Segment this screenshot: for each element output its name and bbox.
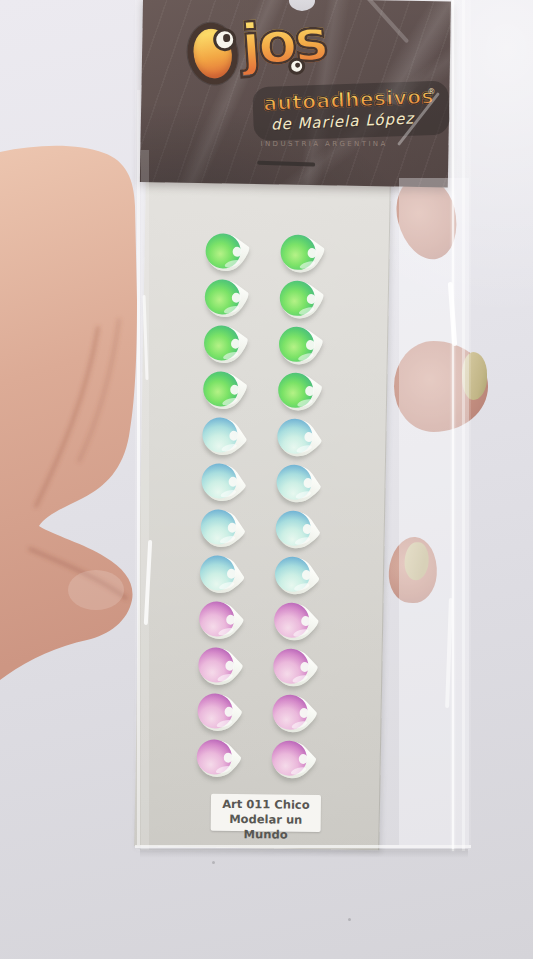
- hand: [0, 0, 533, 959]
- photo-scene: Art 011 Chico Modelar un Mundo jos autoa…: [0, 0, 533, 959]
- thumb-highlight: [68, 570, 124, 610]
